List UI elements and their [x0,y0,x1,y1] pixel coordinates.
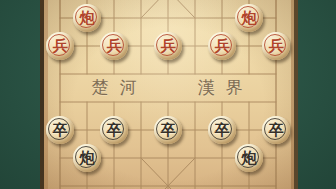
piece-character: 兵 [100,32,128,60]
piece-character: 兵 [208,32,236,60]
piece-character: 兵 [262,32,290,60]
piece-character: 兵 [46,32,74,60]
piece-red-soldier-1[interactable]: 兵 [46,32,74,60]
piece-character: 炮 [73,4,101,32]
game-screen: 楚河 漢界 炮炮兵兵兵兵兵卒卒卒卒卒炮炮 [0,0,336,189]
piece-black-soldier-3[interactable]: 卒 [100,116,128,144]
piece-character: 卒 [262,116,290,144]
piece-black-soldier-5[interactable]: 卒 [154,116,182,144]
piece-red-soldier-5[interactable]: 兵 [154,32,182,60]
piece-black-cannon-left[interactable]: 炮 [73,144,101,172]
piece-character: 兵 [154,32,182,60]
piece-character: 卒 [154,116,182,144]
piece-red-soldier-3[interactable]: 兵 [100,32,128,60]
piece-black-soldier-7[interactable]: 卒 [208,116,236,144]
piece-red-soldier-9[interactable]: 兵 [262,32,290,60]
piece-red-cannon-left[interactable]: 炮 [73,4,101,32]
piece-character: 卒 [100,116,128,144]
piece-black-cannon-right[interactable]: 炮 [235,144,263,172]
piece-character: 炮 [235,4,263,32]
piece-character: 炮 [235,144,263,172]
river-label-han-jie: 漢界 [184,79,256,97]
piece-character: 卒 [208,116,236,144]
river-label-chu-he: 楚河 [78,79,150,97]
piece-black-soldier-1[interactable]: 卒 [46,116,74,144]
piece-red-soldier-7[interactable]: 兵 [208,32,236,60]
piece-black-soldier-9[interactable]: 卒 [262,116,290,144]
board-grid-lines [0,0,336,189]
piece-red-cannon-right[interactable]: 炮 [235,4,263,32]
piece-character: 炮 [73,144,101,172]
piece-character: 卒 [46,116,74,144]
